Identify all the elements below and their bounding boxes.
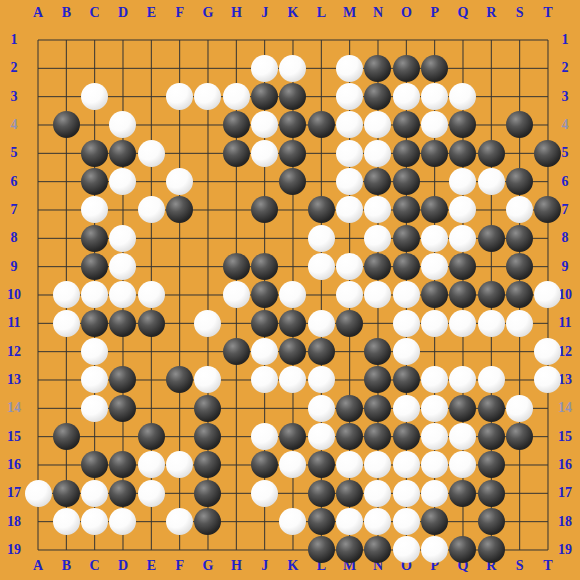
row-label-left-14: 14: [3, 400, 25, 416]
black-stone[interactable]: [223, 338, 250, 365]
white-stone[interactable]: [251, 55, 278, 82]
white-stone[interactable]: [308, 395, 335, 422]
row-label-left-15: 15: [3, 429, 25, 445]
col-label-top-K: K: [282, 5, 304, 21]
col-label-top-A: A: [27, 5, 49, 21]
black-stone[interactable]: [53, 480, 80, 507]
row-label-left-3: 3: [3, 89, 25, 105]
black-stone[interactable]: [336, 395, 363, 422]
white-stone[interactable]: [53, 310, 80, 337]
white-stone[interactable]: [393, 395, 420, 422]
white-stone[interactable]: [308, 253, 335, 280]
row-label-right-18: 18: [554, 514, 576, 530]
col-label-bottom-S: S: [509, 558, 531, 574]
black-stone[interactable]: [478, 140, 505, 167]
col-label-top-T: T: [537, 5, 559, 21]
col-label-bottom-K: K: [282, 558, 304, 574]
white-stone[interactable]: [421, 225, 448, 252]
black-stone[interactable]: [421, 55, 448, 82]
black-stone[interactable]: [223, 253, 250, 280]
white-stone[interactable]: [421, 310, 448, 337]
col-label-bottom-A: A: [27, 558, 49, 574]
black-stone[interactable]: [393, 55, 420, 82]
black-stone[interactable]: [336, 480, 363, 507]
col-label-top-E: E: [140, 5, 162, 21]
row-label-right-2: 2: [554, 60, 576, 76]
row-label-left-10: 10: [3, 287, 25, 303]
col-label-top-H: H: [225, 5, 247, 21]
row-label-left-4: 4: [3, 117, 25, 133]
row-label-right-11: 11: [554, 315, 576, 331]
row-label-right-17: 17: [554, 485, 576, 501]
white-stone[interactable]: [336, 55, 363, 82]
row-label-right-8: 8: [554, 230, 576, 246]
row-label-right-9: 9: [554, 259, 576, 275]
black-stone[interactable]: [393, 225, 420, 252]
black-stone[interactable]: [478, 508, 505, 535]
row-label-right-3: 3: [554, 89, 576, 105]
col-label-top-G: G: [197, 5, 219, 21]
col-label-top-O: O: [395, 5, 417, 21]
row-label-left-6: 6: [3, 174, 25, 190]
row-label-left-12: 12: [3, 344, 25, 360]
white-stone[interactable]: [506, 395, 533, 422]
white-stone[interactable]: [336, 140, 363, 167]
col-label-top-J: J: [254, 5, 276, 21]
white-stone[interactable]: [138, 480, 165, 507]
row-label-left-13: 13: [3, 372, 25, 388]
white-stone[interactable]: [308, 310, 335, 337]
col-label-top-N: N: [367, 5, 389, 21]
col-label-top-L: L: [310, 5, 332, 21]
col-label-top-C: C: [84, 5, 106, 21]
row-label-right-16: 16: [554, 457, 576, 473]
col-label-top-B: B: [55, 5, 77, 21]
black-stone[interactable]: [393, 140, 420, 167]
col-label-bottom-D: D: [112, 558, 134, 574]
row-label-left-2: 2: [3, 60, 25, 76]
white-stone[interactable]: [393, 480, 420, 507]
row-label-left-11: 11: [3, 315, 25, 331]
white-stone[interactable]: [421, 395, 448, 422]
white-stone[interactable]: [393, 83, 420, 110]
white-stone[interactable]: [138, 140, 165, 167]
white-stone[interactable]: [393, 310, 420, 337]
black-stone[interactable]: [393, 423, 420, 450]
row-label-right-15: 15: [554, 429, 576, 445]
white-stone[interactable]: [308, 225, 335, 252]
col-label-bottom-G: G: [197, 558, 219, 574]
col-label-bottom-H: H: [225, 558, 247, 574]
row-label-left-7: 7: [3, 202, 25, 218]
go-board[interactable]: AABBCCDDEEFFGGHHJJKKLLMMNNOOPPQQRRSSTT11…: [0, 0, 580, 580]
black-stone[interactable]: [478, 480, 505, 507]
col-label-top-M: M: [339, 5, 361, 21]
row-label-left-18: 18: [3, 514, 25, 530]
black-stone[interactable]: [478, 395, 505, 422]
black-stone[interactable]: [421, 140, 448, 167]
col-label-bottom-F: F: [169, 558, 191, 574]
row-label-right-19: 19: [554, 542, 576, 558]
black-stone[interactable]: [506, 225, 533, 252]
white-stone[interactable]: [251, 140, 278, 167]
black-stone[interactable]: [223, 140, 250, 167]
white-stone[interactable]: [81, 480, 108, 507]
black-stone[interactable]: [81, 140, 108, 167]
white-stone[interactable]: [478, 310, 505, 337]
row-label-right-1: 1: [554, 32, 576, 48]
col-label-bottom-T: T: [537, 558, 559, 574]
white-stone[interactable]: [251, 480, 278, 507]
white-stone[interactable]: [81, 395, 108, 422]
black-stone[interactable]: [308, 508, 335, 535]
black-stone[interactable]: [336, 310, 363, 337]
black-stone[interactable]: [478, 225, 505, 252]
white-stone[interactable]: [393, 338, 420, 365]
white-stone[interactable]: [308, 423, 335, 450]
white-stone[interactable]: [223, 83, 250, 110]
white-stone[interactable]: [421, 480, 448, 507]
row-label-right-4: 4: [554, 117, 576, 133]
black-stone[interactable]: [478, 423, 505, 450]
row-label-left-17: 17: [3, 485, 25, 501]
row-label-left-19: 19: [3, 542, 25, 558]
col-label-bottom-B: B: [55, 558, 77, 574]
black-stone[interactable]: [308, 338, 335, 365]
white-stone[interactable]: [53, 508, 80, 535]
row-label-left-1: 1: [3, 32, 25, 48]
col-label-bottom-J: J: [254, 558, 276, 574]
white-stone[interactable]: [506, 310, 533, 337]
black-stone[interactable]: [251, 310, 278, 337]
col-label-bottom-E: E: [140, 558, 162, 574]
row-label-left-9: 9: [3, 259, 25, 275]
row-label-left-16: 16: [3, 457, 25, 473]
col-label-top-S: S: [509, 5, 531, 21]
col-label-top-F: F: [169, 5, 191, 21]
white-stone[interactable]: [393, 508, 420, 535]
black-stone[interactable]: [393, 168, 420, 195]
white-stone[interactable]: [478, 168, 505, 195]
black-stone[interactable]: [81, 225, 108, 252]
black-stone[interactable]: [393, 253, 420, 280]
col-label-top-R: R: [480, 5, 502, 21]
row-label-right-14: 14: [554, 400, 576, 416]
col-label-bottom-C: C: [84, 558, 106, 574]
row-label-right-6: 6: [554, 174, 576, 190]
black-stone[interactable]: [138, 310, 165, 337]
col-label-top-D: D: [112, 5, 134, 21]
col-label-top-P: P: [424, 5, 446, 21]
white-stone[interactable]: [25, 480, 52, 507]
black-stone[interactable]: [81, 310, 108, 337]
row-label-left-8: 8: [3, 230, 25, 246]
black-stone[interactable]: [53, 423, 80, 450]
col-label-top-Q: Q: [452, 5, 474, 21]
row-label-left-5: 5: [3, 145, 25, 161]
black-stone[interactable]: [308, 480, 335, 507]
black-stone[interactable]: [138, 423, 165, 450]
